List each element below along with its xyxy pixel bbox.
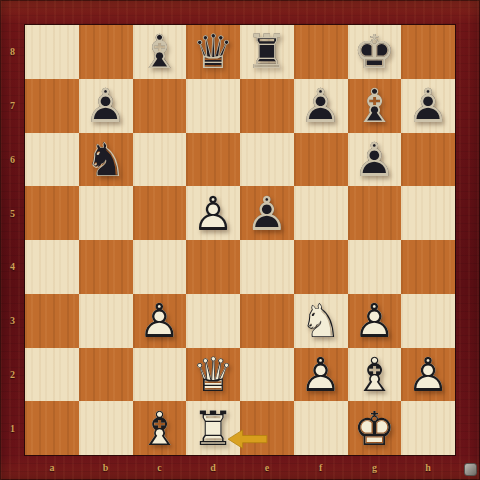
piece-black-rook[interactable]: ♜♖ bbox=[240, 25, 294, 79]
square-d6[interactable] bbox=[186, 133, 240, 187]
chessboard[interactable]: ♝♗♛♕♜♖♚♔♟♙♟♙♝♗♟♙♞♘♟♙♟♙♟♙♟♙♞♘♟♙♛♕♟♙♝♗♟♙♝♗… bbox=[25, 25, 455, 455]
piece-black-pawn[interactable]: ♟♙ bbox=[401, 79, 455, 133]
rank-label-6: 6 bbox=[0, 133, 25, 187]
square-f4[interactable] bbox=[294, 240, 348, 294]
square-a5[interactable] bbox=[25, 186, 79, 240]
square-b4[interactable] bbox=[79, 240, 133, 294]
rank-label-2: 2 bbox=[0, 348, 25, 402]
square-c5[interactable] bbox=[133, 186, 187, 240]
piece-white-pawn[interactable]: ♟♙ bbox=[186, 186, 240, 240]
piece-white-bishop[interactable]: ♝♗ bbox=[348, 348, 402, 402]
square-f7[interactable]: ♟♙ bbox=[294, 79, 348, 133]
piece-black-pawn[interactable]: ♟♙ bbox=[294, 79, 348, 133]
resize-handle-icon[interactable] bbox=[464, 463, 477, 476]
file-label-d: d bbox=[186, 455, 240, 480]
square-c2[interactable] bbox=[133, 348, 187, 402]
rank-label-3: 3 bbox=[0, 294, 25, 348]
square-f2[interactable]: ♟♙ bbox=[294, 348, 348, 402]
rank-label-5: 5 bbox=[0, 186, 25, 240]
square-e3[interactable] bbox=[240, 294, 294, 348]
square-g2[interactable]: ♝♗ bbox=[348, 348, 402, 402]
square-d8[interactable]: ♛♕ bbox=[186, 25, 240, 79]
square-h3[interactable] bbox=[401, 294, 455, 348]
square-g5[interactable] bbox=[348, 186, 402, 240]
square-b1[interactable] bbox=[79, 401, 133, 455]
piece-black-pawn[interactable]: ♟♙ bbox=[79, 79, 133, 133]
square-b3[interactable] bbox=[79, 294, 133, 348]
piece-white-king[interactable]: ♚♔ bbox=[348, 401, 402, 455]
square-h2[interactable]: ♟♙ bbox=[401, 348, 455, 402]
square-a3[interactable] bbox=[25, 294, 79, 348]
square-a2[interactable] bbox=[25, 348, 79, 402]
square-e5[interactable]: ♟♙ bbox=[240, 186, 294, 240]
square-h4[interactable] bbox=[401, 240, 455, 294]
square-f3[interactable]: ♞♘ bbox=[294, 294, 348, 348]
square-c1[interactable]: ♝♗ bbox=[133, 401, 187, 455]
square-d3[interactable] bbox=[186, 294, 240, 348]
square-e1[interactable] bbox=[240, 401, 294, 455]
piece-white-pawn[interactable]: ♟♙ bbox=[294, 348, 348, 402]
piece-white-pawn[interactable]: ♟♙ bbox=[348, 294, 402, 348]
square-e8[interactable]: ♜♖ bbox=[240, 25, 294, 79]
file-labels: abcdefgh bbox=[25, 455, 455, 480]
square-c3[interactable]: ♟♙ bbox=[133, 294, 187, 348]
file-label-c: c bbox=[133, 455, 187, 480]
piece-white-queen[interactable]: ♛♕ bbox=[186, 348, 240, 402]
file-label-e: e bbox=[240, 455, 294, 480]
square-e4[interactable] bbox=[240, 240, 294, 294]
square-d2[interactable]: ♛♕ bbox=[186, 348, 240, 402]
file-label-h: h bbox=[401, 455, 455, 480]
piece-white-pawn[interactable]: ♟♙ bbox=[133, 294, 187, 348]
square-b6[interactable]: ♞♘ bbox=[79, 133, 133, 187]
square-a8[interactable] bbox=[25, 25, 79, 79]
square-h8[interactable] bbox=[401, 25, 455, 79]
square-c6[interactable] bbox=[133, 133, 187, 187]
square-c4[interactable] bbox=[133, 240, 187, 294]
square-c8[interactable]: ♝♗ bbox=[133, 25, 187, 79]
square-a6[interactable] bbox=[25, 133, 79, 187]
square-h5[interactable] bbox=[401, 186, 455, 240]
piece-white-bishop[interactable]: ♝♗ bbox=[133, 401, 187, 455]
square-e7[interactable] bbox=[240, 79, 294, 133]
piece-black-pawn[interactable]: ♟♙ bbox=[348, 133, 402, 187]
square-f6[interactable] bbox=[294, 133, 348, 187]
square-h6[interactable] bbox=[401, 133, 455, 187]
square-e6[interactable] bbox=[240, 133, 294, 187]
rank-label-7: 7 bbox=[0, 79, 25, 133]
square-b2[interactable] bbox=[79, 348, 133, 402]
square-b7[interactable]: ♟♙ bbox=[79, 79, 133, 133]
square-g1[interactable]: ♚♔ bbox=[348, 401, 402, 455]
rank-label-1: 1 bbox=[0, 401, 25, 455]
square-b8[interactable] bbox=[79, 25, 133, 79]
square-f8[interactable] bbox=[294, 25, 348, 79]
square-f1[interactable] bbox=[294, 401, 348, 455]
square-g8[interactable]: ♚♔ bbox=[348, 25, 402, 79]
file-label-a: a bbox=[25, 455, 79, 480]
square-d4[interactable] bbox=[186, 240, 240, 294]
rank-label-8: 8 bbox=[0, 25, 25, 79]
square-c7[interactable] bbox=[133, 79, 187, 133]
square-a1[interactable] bbox=[25, 401, 79, 455]
square-a4[interactable] bbox=[25, 240, 79, 294]
piece-black-bishop[interactable]: ♝♗ bbox=[133, 25, 187, 79]
chessboard-frame: 87654321 abcdefgh ♝♗♛♕♜♖♚♔♟♙♟♙♝♗♟♙♞♘♟♙♟♙… bbox=[0, 0, 480, 480]
square-d5[interactable]: ♟♙ bbox=[186, 186, 240, 240]
square-b5[interactable] bbox=[79, 186, 133, 240]
piece-black-bishop[interactable]: ♝♗ bbox=[348, 79, 402, 133]
file-label-f: f bbox=[294, 455, 348, 480]
piece-white-pawn[interactable]: ♟♙ bbox=[401, 348, 455, 402]
piece-black-knight[interactable]: ♞♘ bbox=[79, 133, 133, 187]
square-f5[interactable] bbox=[294, 186, 348, 240]
piece-black-pawn[interactable]: ♟♙ bbox=[240, 186, 294, 240]
piece-black-queen[interactable]: ♛♕ bbox=[186, 25, 240, 79]
square-a7[interactable] bbox=[25, 79, 79, 133]
square-g7[interactable]: ♝♗ bbox=[348, 79, 402, 133]
piece-black-king[interactable]: ♚♔ bbox=[348, 25, 402, 79]
square-h1[interactable] bbox=[401, 401, 455, 455]
square-e2[interactable] bbox=[240, 348, 294, 402]
square-g6[interactable]: ♟♙ bbox=[348, 133, 402, 187]
rank-labels: 87654321 bbox=[0, 25, 25, 455]
square-g3[interactable]: ♟♙ bbox=[348, 294, 402, 348]
piece-white-rook[interactable]: ♜♖ bbox=[186, 401, 240, 455]
file-label-g: g bbox=[348, 455, 402, 480]
square-g4[interactable] bbox=[348, 240, 402, 294]
file-label-b: b bbox=[79, 455, 133, 480]
piece-white-knight[interactable]: ♞♘ bbox=[294, 294, 348, 348]
square-d1[interactable]: ♜♖ bbox=[186, 401, 240, 455]
rank-label-4: 4 bbox=[0, 240, 25, 294]
square-h7[interactable]: ♟♙ bbox=[401, 79, 455, 133]
square-d7[interactable] bbox=[186, 79, 240, 133]
